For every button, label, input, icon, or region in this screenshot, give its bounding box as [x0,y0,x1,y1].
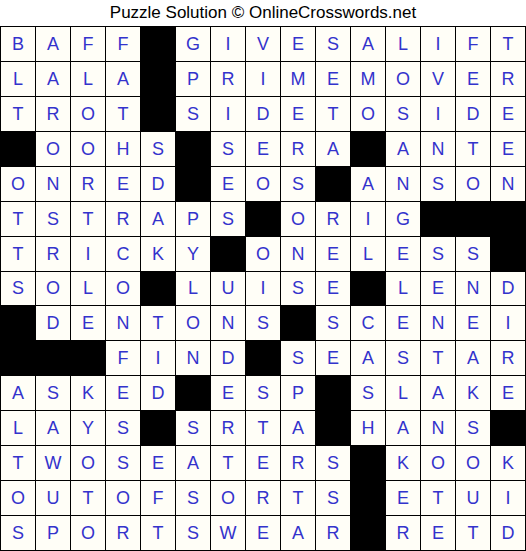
letter-cell: S [456,237,490,271]
letter-cell: K [71,376,105,410]
letter-cell: I [246,62,280,96]
letter-cell: E [456,62,490,96]
letter-cell: T [1,446,35,480]
letter-cell: N [36,167,70,201]
letter-cell: A [36,62,70,96]
letter-cell: D [211,341,245,375]
letter-cell: T [456,132,490,166]
letter-cell: F [456,27,490,61]
letter-cell: S [281,272,315,306]
letter-cell: T [106,97,140,131]
letter-cell: A [106,62,140,96]
letter-cell: N [281,237,315,271]
letter-cell: W [36,446,70,480]
letter-cell: E [246,446,280,480]
letter-cell: S [211,132,245,166]
letter-cell: O [386,62,420,96]
letter-cell: U [36,481,70,515]
letter-cell: O [211,481,245,515]
letter-cell: I [141,341,175,375]
letter-cell: K [141,237,175,271]
letter-cell: I [211,27,245,61]
letter-cell: T [141,516,175,550]
letter-cell: R [316,202,350,236]
letter-cell: E [386,481,420,515]
letter-cell: S [316,446,350,480]
letter-cell: T [211,446,245,480]
letter-cell: O [71,97,105,131]
letter-cell: O [71,516,105,550]
letter-cell: T [421,341,455,375]
letter-cell: S [211,202,245,236]
block-cell [246,202,280,236]
letter-cell: O [36,272,70,306]
letter-cell: L [386,272,420,306]
letter-cell: A [421,376,455,410]
letter-cell: L [176,272,210,306]
letter-cell: O [1,167,35,201]
block-cell [421,202,455,236]
block-cell [211,237,245,271]
letter-cell: D [491,272,525,306]
letter-cell: E [246,516,280,550]
letter-cell: I [421,27,455,61]
letter-cell: D [141,167,175,201]
letter-cell: O [456,167,490,201]
letter-cell: A [316,132,350,166]
puzzle-page: Puzzle Solution © OnlineCrosswords.net B… [0,0,526,551]
letter-cell: L [1,411,35,445]
letter-cell: A [141,202,175,236]
letter-cell: E [316,237,350,271]
letter-cell: E [246,132,280,166]
letter-cell: D [141,376,175,410]
letter-cell: C [351,306,385,340]
block-cell [141,272,175,306]
letter-cell: R [36,237,70,271]
block-cell [351,481,385,515]
letter-cell: E [491,376,525,410]
letter-cell: A [351,167,385,201]
letter-cell: S [36,376,70,410]
letter-cell: K [491,446,525,480]
letter-cell: O [71,446,105,480]
letter-cell: F [106,27,140,61]
letter-cell: O [36,132,70,166]
block-cell [141,97,175,131]
letter-cell: E [421,516,455,550]
letter-cell: O [1,481,35,515]
letter-cell: O [176,306,210,340]
block-cell [1,132,35,166]
block-cell [36,341,70,375]
letter-cell: O [71,132,105,166]
letter-cell: I [421,97,455,131]
letter-cell: I [491,481,525,515]
letter-cell: F [106,341,140,375]
letter-cell: T [491,27,525,61]
block-cell [141,411,175,445]
letter-cell: T [456,516,490,550]
block-cell [281,306,315,340]
letter-cell: S [421,237,455,271]
block-cell [456,202,490,236]
block-cell [491,237,525,271]
letter-cell: L [386,27,420,61]
letter-cell: R [211,62,245,96]
letter-cell: S [1,516,35,550]
letter-cell: S [386,341,420,375]
letter-cell: K [386,446,420,480]
letter-cell: O [106,481,140,515]
letter-cell: I [246,272,280,306]
letter-cell: A [281,411,315,445]
letter-cell: S [176,97,210,131]
block-cell [351,516,385,550]
letter-cell: H [106,132,140,166]
letter-cell: T [141,306,175,340]
letter-cell: E [421,272,455,306]
block-cell [141,62,175,96]
letter-cell: P [281,376,315,410]
letter-cell: E [316,62,350,96]
block-cell [316,411,350,445]
letter-cell: S [351,376,385,410]
letter-cell: L [386,376,420,410]
letter-cell: O [351,97,385,131]
letter-cell: E [316,272,350,306]
letter-cell: E [281,27,315,61]
block-cell [351,446,385,480]
letter-cell: E [71,306,105,340]
letter-cell: R [106,516,140,550]
letter-cell: T [1,97,35,131]
letter-cell: A [386,132,420,166]
letter-cell: N [106,306,140,340]
letter-cell: T [246,411,280,445]
letter-cell: M [351,62,385,96]
letter-cell: O [106,272,140,306]
letter-cell: E [106,376,140,410]
letter-cell: E [211,376,245,410]
letter-cell: A [456,341,490,375]
letter-cell: R [71,167,105,201]
letter-cell: D [36,306,70,340]
block-cell [176,167,210,201]
letter-cell: S [36,202,70,236]
block-cell [1,341,35,375]
block-cell [491,411,525,445]
letter-cell: E [491,132,525,166]
letter-cell: U [456,481,490,515]
letter-cell: M [281,62,315,96]
letter-cell: T [316,97,350,131]
letter-cell: N [421,132,455,166]
letter-cell: A [351,341,385,375]
letter-cell: S [106,411,140,445]
letter-cell: T [1,202,35,236]
block-cell [351,132,385,166]
letter-cell: C [106,237,140,271]
block-cell [246,341,280,375]
letter-cell: I [491,306,525,340]
letter-cell: I [351,202,385,236]
block-cell [141,27,175,61]
letter-cell: S [176,516,210,550]
letter-cell: S [141,132,175,166]
letter-cell: P [36,516,70,550]
letter-cell: U [211,272,245,306]
letter-cell: R [491,62,525,96]
letter-cell: R [106,202,140,236]
letter-cell: A [36,411,70,445]
letter-cell: H [351,411,385,445]
letter-cell: R [281,132,315,166]
letter-cell: S [176,481,210,515]
letter-cell: N [176,341,210,375]
letter-cell: V [246,27,280,61]
block-cell [491,202,525,236]
letter-cell: S [1,272,35,306]
block-cell [316,167,350,201]
letter-cell: W [211,516,245,550]
letter-cell: E [316,341,350,375]
letter-cell: T [281,481,315,515]
crossword-grid: BAFFGIVESALIFTLALAPRIMEMOVERTROTSIDETOSI… [0,26,526,551]
letter-cell: R [211,411,245,445]
letter-cell: S [386,97,420,131]
letter-cell: S [456,411,490,445]
letter-cell: S [281,341,315,375]
letter-cell: F [141,481,175,515]
letter-cell: G [176,27,210,61]
letter-cell: A [281,516,315,550]
letter-cell: B [1,27,35,61]
block-cell [176,376,210,410]
letter-cell: E [211,167,245,201]
block-cell [316,376,350,410]
letter-cell: Y [176,237,210,271]
letter-cell: S [316,27,350,61]
letter-cell: T [421,481,455,515]
letter-cell: N [211,306,245,340]
block-cell [1,306,35,340]
letter-cell: L [351,237,385,271]
letter-cell: A [176,446,210,480]
letter-cell: E [141,446,175,480]
letter-cell: S [316,306,350,340]
letter-cell: E [456,306,490,340]
letter-cell: O [246,167,280,201]
letter-cell: E [491,97,525,131]
letter-cell: L [71,272,105,306]
letter-cell: A [36,27,70,61]
letter-cell: A [351,27,385,61]
block-cell [176,132,210,166]
letter-cell: I [211,97,245,131]
letter-cell: R [491,341,525,375]
letter-cell: E [386,237,420,271]
letter-cell: S [246,376,280,410]
block-cell [71,341,105,375]
letter-cell: G [386,202,420,236]
letter-cell: L [71,62,105,96]
letter-cell: R [281,446,315,480]
letter-cell: T [71,481,105,515]
letter-cell: S [281,167,315,201]
block-cell [351,272,385,306]
letter-cell: T [1,237,35,271]
letter-cell: K [456,376,490,410]
letter-cell: T [71,202,105,236]
letter-cell: E [281,97,315,131]
letter-cell: P [176,62,210,96]
letter-cell: P [176,202,210,236]
letter-cell: S [421,167,455,201]
letter-cell: A [386,411,420,445]
letter-cell: O [421,446,455,480]
letter-cell: O [281,202,315,236]
letter-cell: E [386,306,420,340]
letter-cell: O [456,446,490,480]
letter-cell: Y [71,411,105,445]
letter-cell: N [386,167,420,201]
letter-cell: I [71,237,105,271]
letter-cell: D [246,97,280,131]
letter-cell: D [456,97,490,131]
letter-cell: R [386,516,420,550]
letter-cell: A [1,376,35,410]
letter-cell: F [71,27,105,61]
letter-cell: R [246,481,280,515]
puzzle-title: Puzzle Solution © OnlineCrosswords.net [0,0,526,26]
letter-cell: O [246,237,280,271]
letter-cell: N [491,167,525,201]
letter-cell: E [106,167,140,201]
letter-cell: N [456,272,490,306]
letter-cell: N [421,306,455,340]
letter-cell: S [176,411,210,445]
letter-cell: R [36,97,70,131]
letter-cell: D [491,516,525,550]
letter-cell: S [106,446,140,480]
letter-cell: N [421,411,455,445]
letter-cell: S [246,306,280,340]
letter-cell: S [316,481,350,515]
letter-cell: R [316,516,350,550]
letter-cell: L [1,62,35,96]
letter-cell: V [421,62,455,96]
